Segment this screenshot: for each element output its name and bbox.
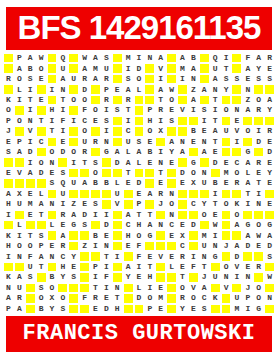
blocked-cell — [264, 262, 275, 272]
blocked-cell — [242, 210, 253, 220]
blocked-cell — [79, 168, 90, 178]
letter-cell: U — [210, 63, 221, 73]
letter-cell: O — [134, 74, 145, 84]
blocked-cell — [123, 293, 134, 303]
blocked-cell — [3, 178, 14, 188]
letter-cell: O — [231, 168, 242, 178]
blocked-cell — [166, 126, 177, 136]
blocked-cell — [57, 157, 68, 167]
letter-cell: C — [123, 126, 134, 136]
letter-cell: T — [199, 262, 210, 272]
letter-cell: D — [134, 293, 145, 303]
letter-cell: T — [101, 251, 112, 261]
letter-cell: M — [199, 230, 210, 240]
blocked-cell — [144, 63, 155, 73]
letter-cell: W — [210, 220, 221, 230]
letter-cell: F — [79, 293, 90, 303]
blocked-cell — [155, 230, 166, 240]
letter-cell: O — [253, 293, 264, 303]
letter-cell: J — [221, 241, 232, 251]
blocked-cell — [264, 84, 275, 94]
blocked-cell — [177, 210, 188, 220]
letter-cell: T — [47, 126, 58, 136]
blocked-cell — [112, 230, 123, 240]
blocked-cell — [253, 272, 264, 282]
letter-cell: S — [221, 74, 232, 84]
letter-cell: O — [68, 95, 79, 105]
blocked-cell — [188, 116, 199, 126]
letter-cell: R — [79, 147, 90, 157]
letter-cell: R — [264, 126, 275, 136]
blocked-cell — [221, 293, 232, 303]
letter-cell: E — [210, 210, 221, 220]
letter-cell: O — [177, 283, 188, 293]
letter-cell: B — [90, 178, 101, 188]
letter-cell: O — [144, 293, 155, 303]
blocked-cell — [134, 126, 145, 136]
letter-cell: O — [188, 293, 199, 303]
letter-cell: U — [57, 63, 68, 73]
blocked-cell — [90, 220, 101, 230]
blocked-cell — [47, 95, 58, 105]
letter-cell: I — [25, 84, 36, 94]
letter-cell: C — [231, 157, 242, 167]
blocked-cell — [25, 304, 36, 314]
letter-cell: P — [90, 262, 101, 272]
blocked-cell — [155, 241, 166, 251]
blocked-cell — [3, 157, 14, 167]
letter-cell: S — [3, 147, 14, 157]
letter-cell: D — [134, 178, 145, 188]
letter-cell: R — [90, 137, 101, 147]
letter-cell: A — [123, 210, 134, 220]
letter-cell: S — [36, 230, 47, 240]
letter-cell: H — [144, 116, 155, 126]
letter-cell: U — [14, 199, 25, 209]
blocked-cell — [221, 95, 232, 105]
blocked-cell — [14, 105, 25, 115]
letter-cell: A — [242, 105, 253, 115]
letter-cell: T — [25, 95, 36, 105]
letter-cell: R — [14, 293, 25, 303]
letter-cell: F — [134, 251, 145, 261]
letter-cell: I — [134, 262, 145, 272]
letter-cell: F — [242, 53, 253, 63]
letter-cell: E — [134, 272, 145, 282]
letter-cell: U — [25, 262, 36, 272]
letter-cell: I — [101, 105, 112, 115]
letter-cell: J — [155, 199, 166, 209]
blocked-cell — [231, 147, 242, 157]
letter-cell: U — [231, 293, 242, 303]
letter-cell: B — [25, 63, 36, 73]
blocked-cell — [57, 283, 68, 293]
letter-cell: E — [221, 157, 232, 167]
letter-cell: I — [47, 84, 58, 94]
blocked-cell — [144, 74, 155, 84]
letter-cell: T — [134, 210, 145, 220]
letter-cell: M — [177, 63, 188, 73]
blocked-cell — [3, 84, 14, 94]
letter-cell: O — [14, 74, 25, 84]
blocked-cell — [36, 147, 47, 157]
letter-cell: D — [242, 241, 253, 251]
letter-cell: E — [264, 157, 275, 167]
letter-cell: S — [47, 178, 58, 188]
letter-cell: V — [14, 168, 25, 178]
letter-cell: O — [242, 126, 253, 136]
letter-cell: O — [79, 126, 90, 136]
blocked-cell — [14, 262, 25, 272]
letter-cell: X — [47, 293, 58, 303]
letter-cell: A — [57, 230, 68, 240]
letter-cell: N — [144, 53, 155, 63]
letter-cell: S — [68, 272, 79, 282]
letter-cell: A — [14, 147, 25, 157]
blocked-cell — [68, 283, 79, 293]
letter-cell: S — [134, 137, 145, 147]
letter-cell: P — [101, 84, 112, 94]
letter-cell: E — [25, 210, 36, 220]
blocked-cell — [188, 241, 199, 251]
blocked-cell — [177, 84, 188, 94]
blocked-cell — [134, 304, 145, 314]
letter-cell: G — [253, 304, 264, 314]
blocked-cell — [166, 283, 177, 293]
letter-cell: D — [188, 220, 199, 230]
blocked-cell — [47, 74, 58, 84]
letter-cell: T — [210, 116, 221, 126]
blocked-cell — [253, 116, 264, 126]
letter-cell: A — [112, 147, 123, 157]
letter-cell: H — [134, 220, 145, 230]
letter-cell: N — [47, 199, 58, 209]
letter-cell: R — [3, 74, 14, 84]
blocked-cell — [112, 262, 123, 272]
letter-cell: D — [57, 147, 68, 157]
blocked-cell — [101, 189, 112, 199]
blocked-cell — [112, 95, 123, 105]
letter-cell: A — [123, 157, 134, 167]
letter-cell: E — [123, 178, 134, 188]
letter-cell: I — [242, 304, 253, 314]
book-title: BFS 1429161135 — [18, 11, 261, 44]
letter-cell: A — [144, 220, 155, 230]
blocked-cell — [47, 230, 58, 240]
blocked-cell — [90, 251, 101, 261]
letter-cell: O — [47, 283, 58, 293]
letter-cell: N — [210, 241, 221, 251]
letter-cell: E — [47, 241, 58, 251]
letter-cell: B — [144, 147, 155, 157]
blocked-cell — [3, 53, 14, 63]
letter-cell: S — [25, 74, 36, 84]
blocked-cell — [188, 189, 199, 199]
letter-cell: T — [210, 137, 221, 147]
letter-cell: E — [242, 262, 253, 272]
letter-cell: E — [101, 230, 112, 240]
letter-cell: R — [264, 53, 275, 63]
letter-cell: T — [144, 210, 155, 220]
letter-cell: A — [242, 178, 253, 188]
letter-cell: I — [134, 53, 145, 63]
letter-cell: A — [155, 53, 166, 63]
blocked-cell — [47, 137, 58, 147]
blocked-cell — [144, 84, 155, 94]
letter-cell: U — [199, 241, 210, 251]
letter-cell: O — [221, 262, 232, 272]
letter-cell: Q — [57, 178, 68, 188]
blocked-cell — [90, 84, 101, 94]
blocked-cell — [210, 304, 221, 314]
letter-cell: D — [210, 157, 221, 167]
letter-cell: A — [199, 84, 210, 94]
letter-cell: S — [231, 74, 242, 84]
letter-cell: O — [166, 95, 177, 105]
letter-cell: G — [101, 147, 112, 157]
letter-cell: P — [14, 53, 25, 63]
letter-cell: Y — [57, 272, 68, 282]
author-name: FRANCIS GURTOWSKI — [23, 323, 256, 345]
letter-cell: I — [231, 137, 242, 147]
letter-cell: A — [123, 262, 134, 272]
letter-cell: B — [36, 304, 47, 314]
letter-cell: N — [199, 168, 210, 178]
letter-cell: A — [264, 230, 275, 240]
letter-cell: I — [25, 157, 36, 167]
letter-cell: D — [101, 304, 112, 314]
letter-cell: D — [79, 84, 90, 94]
letter-cell: I — [155, 147, 166, 157]
letter-cell: E — [264, 63, 275, 73]
letter-cell: F — [134, 241, 145, 251]
letter-cell: O — [68, 147, 79, 157]
letter-cell: B — [47, 272, 58, 282]
letter-cell: I — [188, 251, 199, 261]
letter-cell: V — [231, 262, 242, 272]
letter-cell: J — [199, 272, 210, 282]
letter-cell: R — [101, 95, 112, 105]
letter-cell: R — [253, 105, 264, 115]
letter-cell: I — [144, 283, 155, 293]
letter-cell: E — [144, 137, 155, 147]
letter-cell: N — [25, 116, 36, 126]
blocked-cell — [231, 189, 242, 199]
blocked-cell — [144, 178, 155, 188]
letter-cell: E — [264, 178, 275, 188]
letter-cell: E — [166, 230, 177, 240]
letter-cell: O — [221, 199, 232, 209]
letter-cell: N — [199, 251, 210, 261]
letter-cell: B — [101, 178, 112, 188]
letter-cell: F — [188, 262, 199, 272]
letter-cell: A — [210, 126, 221, 136]
letter-cell: S — [57, 304, 68, 314]
letter-cell: H — [123, 230, 134, 240]
letter-cell: I — [25, 137, 36, 147]
letter-cell: O — [253, 220, 264, 230]
blocked-cell — [188, 210, 199, 220]
letter-cell: A — [210, 74, 221, 84]
letter-cell: N — [253, 199, 264, 209]
letter-cell: Y — [166, 147, 177, 157]
blocked-cell — [242, 251, 253, 261]
letter-cell: I — [68, 116, 79, 126]
blocked-cell — [210, 262, 221, 272]
letter-cell: E — [166, 251, 177, 261]
letter-cell: A — [123, 84, 134, 94]
blocked-cell — [14, 126, 25, 136]
blocked-cell — [134, 116, 145, 126]
letter-cell: A — [14, 304, 25, 314]
letter-cell: P — [36, 241, 47, 251]
letter-cell: M — [25, 199, 36, 209]
letter-cell: H — [144, 272, 155, 282]
letter-cell: T — [253, 178, 264, 188]
letter-cell: N — [199, 137, 210, 147]
blocked-cell — [166, 168, 177, 178]
blocked-cell — [101, 199, 112, 209]
blocked-cell — [112, 210, 123, 220]
letter-cell: R — [253, 262, 264, 272]
letter-cell: T — [123, 168, 134, 178]
letter-cell: V — [177, 105, 188, 115]
letter-cell: O — [199, 210, 210, 220]
blocked-cell — [231, 84, 242, 94]
letter-cell: A — [199, 147, 210, 157]
letter-cell: A — [264, 95, 275, 105]
letter-cell: W — [36, 53, 47, 63]
letter-cell: E — [166, 157, 177, 167]
letter-cell: R — [177, 293, 188, 303]
letter-cell: A — [36, 251, 47, 261]
letter-cell: D — [231, 251, 242, 261]
letter-cell: G — [144, 230, 155, 240]
letter-cell: S — [36, 283, 47, 293]
letter-cell: F — [79, 105, 90, 115]
letter-cell: I — [101, 210, 112, 220]
blocked-cell — [155, 272, 166, 282]
letter-cell: I — [101, 262, 112, 272]
blocked-cell — [231, 283, 242, 293]
letter-cell: A — [177, 147, 188, 157]
blocked-cell — [264, 116, 275, 126]
letter-cell: I — [14, 230, 25, 240]
letter-cell: W — [264, 272, 275, 282]
letter-cell: V — [155, 251, 166, 261]
letter-cell: F — [57, 116, 68, 126]
blocked-cell — [199, 74, 210, 84]
blocked-cell — [79, 262, 90, 272]
blocked-cell — [264, 283, 275, 293]
letter-cell: T — [155, 168, 166, 178]
letter-cell: A — [14, 272, 25, 282]
letter-cell: I — [90, 210, 101, 220]
letter-cell: A — [188, 95, 199, 105]
letter-cell: L — [112, 178, 123, 188]
blocked-cell — [188, 147, 199, 157]
letter-cell: Z — [79, 241, 90, 251]
letter-cell: L — [166, 262, 177, 272]
letter-cell: E — [36, 74, 47, 84]
letter-cell: I — [188, 105, 199, 115]
letter-cell: X — [14, 189, 25, 199]
letter-cell: A — [231, 241, 242, 251]
letter-cell: U — [68, 178, 79, 188]
letter-cell: A — [242, 63, 253, 73]
letter-cell: E — [3, 168, 14, 178]
letter-cell: H — [47, 105, 58, 115]
letter-cell: T — [79, 157, 90, 167]
letter-cell: E — [79, 199, 90, 209]
letter-cell: Y — [47, 304, 58, 314]
letter-cell: T — [177, 272, 188, 282]
letter-cell: O — [79, 95, 90, 105]
letter-cell: I — [253, 189, 264, 199]
blocked-cell — [68, 105, 79, 115]
letter-cell: N — [155, 220, 166, 230]
letter-cell: U — [221, 126, 232, 136]
letter-cell: L — [47, 220, 58, 230]
blocked-cell — [155, 210, 166, 220]
letter-cell: R — [123, 95, 134, 105]
letter-cell: S — [101, 53, 112, 63]
letter-cell: P — [134, 199, 145, 209]
blocked-cell — [123, 251, 134, 261]
blocked-cell — [166, 74, 177, 84]
letter-cell: C — [36, 137, 47, 147]
letter-cell: L — [134, 157, 145, 167]
letter-cell: E — [221, 178, 232, 188]
letter-cell: R — [155, 105, 166, 115]
blocked-cell — [199, 189, 210, 199]
letter-cell: A — [199, 283, 210, 293]
letter-cell: N — [242, 272, 253, 282]
letter-cell: T — [155, 95, 166, 105]
letter-cell: A — [3, 293, 14, 303]
letter-cell: E — [112, 84, 123, 94]
blocked-cell — [3, 220, 14, 230]
title-band: BFS 1429161135 — [6, 7, 272, 50]
blocked-cell — [112, 137, 123, 147]
letter-cell: I — [14, 95, 25, 105]
blocked-cell — [112, 116, 123, 126]
letter-cell: A — [231, 220, 242, 230]
letter-cell: N — [155, 157, 166, 167]
letter-cell: L — [134, 84, 145, 94]
blocked-cell — [25, 293, 36, 303]
letter-cell: N — [112, 283, 123, 293]
letter-cell: P — [144, 105, 155, 115]
blocked-cell — [68, 63, 79, 73]
letter-cell: S — [166, 116, 177, 126]
letter-cell: I — [47, 116, 58, 126]
letter-cell: P — [3, 116, 14, 126]
letter-cell: P — [3, 304, 14, 314]
letter-cell: S — [57, 168, 68, 178]
blocked-cell — [68, 168, 79, 178]
letter-cell: I — [112, 251, 123, 261]
letter-cell: N — [264, 293, 275, 303]
letter-cell: W — [166, 84, 177, 94]
letter-cell: C — [166, 220, 177, 230]
letter-cell: O — [188, 168, 199, 178]
book-cover: BFS 1429161135 PAWQWASMINAABQIFARABOUAMU… — [0, 0, 278, 360]
letter-cell: N — [101, 241, 112, 251]
blocked-cell — [101, 168, 112, 178]
blocked-cell — [79, 283, 90, 293]
letter-cell: T — [112, 293, 123, 303]
